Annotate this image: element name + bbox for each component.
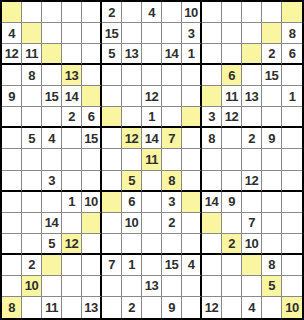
cell-r1c6-given[interactable]: 2	[102, 2, 122, 23]
cell-r13c5-empty[interactable]	[82, 255, 102, 276]
cell-r15c6-empty[interactable]	[102, 297, 122, 318]
cell-r11c12-empty[interactable]	[222, 213, 242, 234]
cell-r8c7-empty[interactable]	[122, 149, 142, 170]
cell-r6c12-given[interactable]: 12	[222, 107, 242, 128]
cell-r11c5-empty[interactable]	[82, 213, 102, 234]
cell-r15c2-empty[interactable]	[22, 297, 42, 318]
cell-r11c13-given[interactable]: 7	[242, 213, 262, 234]
cell-r4c13-empty[interactable]	[242, 65, 262, 86]
cell-r9c5-empty[interactable]	[82, 171, 102, 192]
cell-r15c12-empty[interactable]	[222, 297, 242, 318]
cell-r5c3-given[interactable]: 15	[42, 86, 62, 107]
cell-r3c1-given[interactable]: 12	[2, 44, 22, 65]
cell-r6c4-given[interactable]: 2	[62, 107, 82, 128]
cell-r14c10-empty[interactable]	[182, 276, 202, 297]
cell-r14c12-empty[interactable]	[222, 276, 242, 297]
cell-r12c11-empty[interactable]	[202, 234, 222, 255]
cell-r12c14-empty[interactable]	[262, 234, 282, 255]
cell-r3c4-empty[interactable]	[62, 44, 82, 65]
cell-r7c14-given[interactable]: 9	[262, 128, 282, 149]
cell-r9c3-given[interactable]: 3	[42, 171, 62, 192]
cell-r10c9-given[interactable]: 3	[162, 192, 182, 213]
cell-r8c9-empty[interactable]	[162, 149, 182, 170]
cell-r6c8-given[interactable]: 1	[142, 107, 162, 128]
cell-r4c1-empty[interactable]	[2, 65, 22, 86]
cell-r4c9-empty[interactable]	[162, 65, 182, 86]
cell-r7c13-given[interactable]: 2	[242, 128, 262, 149]
cell-r2c7-empty[interactable]	[122, 23, 142, 44]
cell-r13c1-empty[interactable]	[2, 255, 22, 276]
cell-r7c12-empty[interactable]	[222, 128, 242, 149]
cell-r9c15-empty[interactable]	[282, 171, 302, 192]
cell-r15c9-given[interactable]: 9	[162, 297, 182, 318]
cell-r6c6-empty[interactable]	[102, 107, 122, 128]
cell-r2c9-empty[interactable]	[162, 23, 182, 44]
cell-r3c7-given[interactable]: 13	[122, 44, 142, 65]
cell-r5c12-given[interactable]: 11	[222, 86, 242, 107]
cell-r12c13-given[interactable]: 10	[242, 234, 262, 255]
cell-r5c4-given[interactable]: 14	[62, 86, 82, 107]
cell-r2c1-given[interactable]: 4	[2, 23, 22, 44]
cell-r2c8-empty[interactable]	[142, 23, 162, 44]
cell-r13c6-given[interactable]: 7	[102, 255, 122, 276]
cell-r2c4-empty[interactable]	[62, 23, 82, 44]
cell-r2c3-empty[interactable]	[42, 23, 62, 44]
cell-r14c7-empty[interactable]	[122, 276, 142, 297]
cell-r4c14-given[interactable]: 15	[262, 65, 282, 86]
cell-r4c2-given[interactable]: 8	[22, 65, 42, 86]
cell-r1c13-empty[interactable]	[242, 2, 262, 23]
cell-r11c8-empty[interactable]	[142, 213, 162, 234]
cell-r2c13-empty[interactable]	[242, 23, 262, 44]
cell-r12c3-given[interactable]: 5	[42, 234, 62, 255]
cell-r7c11-given[interactable]: 8	[202, 128, 222, 149]
cell-r5c1-given[interactable]: 9	[2, 86, 22, 107]
cell-r2c12-empty[interactable]	[222, 23, 242, 44]
cell-r14c9-empty[interactable]	[162, 276, 182, 297]
cell-r7c15-empty[interactable]	[282, 128, 302, 149]
cell-r8c1-empty[interactable]	[2, 149, 22, 170]
cell-r10c15-empty[interactable]	[282, 192, 302, 213]
cell-r5c9-empty[interactable]	[162, 86, 182, 107]
cell-r1c14-empty[interactable]	[262, 2, 282, 23]
cell-r2c6-given[interactable]: 15	[102, 23, 122, 44]
cell-r1c5-empty[interactable]	[82, 2, 102, 23]
cell-r8c13-empty[interactable]	[242, 149, 262, 170]
cell-r9c12-empty[interactable]	[222, 171, 242, 192]
cell-r12c4-given[interactable]: 12	[62, 234, 82, 255]
cell-r15c5-given[interactable]: 13	[82, 297, 102, 318]
cell-r9c4-empty[interactable]	[62, 171, 82, 192]
cell-r7c10-empty[interactable]	[182, 128, 202, 149]
cell-r8c14-empty[interactable]	[262, 149, 282, 170]
cell-r14c6-empty[interactable]	[102, 276, 122, 297]
cell-r6c1-empty[interactable]	[2, 107, 22, 128]
cell-r13c9-given[interactable]: 15	[162, 255, 182, 276]
cell-r4c15-empty[interactable]	[282, 65, 302, 86]
cell-r9c9-given[interactable]: 8	[162, 171, 182, 192]
cell-r1c9-empty[interactable]	[162, 2, 182, 23]
cell-r4c6-empty[interactable]	[102, 65, 122, 86]
cell-r13c10-given[interactable]: 4	[182, 255, 202, 276]
cell-r12c2-empty[interactable]	[22, 234, 42, 255]
cell-r4c4-given[interactable]: 13	[62, 65, 82, 86]
cell-r6c2-empty[interactable]	[22, 107, 42, 128]
cell-r14c5-empty[interactable]	[82, 276, 102, 297]
cell-r7c7-given[interactable]: 12	[122, 128, 142, 149]
cell-r10c1-empty[interactable]	[2, 192, 22, 213]
cell-r1c11-empty[interactable]	[202, 2, 222, 23]
cell-r10c2-empty[interactable]	[22, 192, 42, 213]
cell-r10c7-given[interactable]: 6	[122, 192, 142, 213]
cell-r4c10-empty[interactable]	[182, 65, 202, 86]
cell-r11c9-given[interactable]: 2	[162, 213, 182, 234]
cell-r15c1-given[interactable]: 8	[2, 297, 22, 318]
cell-r7c2-given[interactable]: 5	[22, 128, 42, 149]
cell-r6c15-empty[interactable]	[282, 107, 302, 128]
cell-r5c11-empty[interactable]	[202, 86, 222, 107]
cell-r6c3-empty[interactable]	[42, 107, 62, 128]
cell-r12c6-empty[interactable]	[102, 234, 122, 255]
cell-r5c13-given[interactable]: 13	[242, 86, 262, 107]
cell-r10c3-empty[interactable]	[42, 192, 62, 213]
cell-r6c7-empty[interactable]	[122, 107, 142, 128]
cell-r1c7-empty[interactable]	[122, 2, 142, 23]
cell-r8c15-empty[interactable]	[282, 149, 302, 170]
cell-r12c10-empty[interactable]	[182, 234, 202, 255]
cell-r10c10-empty[interactable]	[182, 192, 202, 213]
cell-r9c2-empty[interactable]	[22, 171, 42, 192]
cell-r13c8-empty[interactable]	[142, 255, 162, 276]
cell-r13c15-empty[interactable]	[282, 255, 302, 276]
cell-r8c12-empty[interactable]	[222, 149, 242, 170]
cell-r2c2-empty[interactable]	[22, 23, 42, 44]
cell-r14c13-empty[interactable]	[242, 276, 262, 297]
cell-r12c12-given[interactable]: 2	[222, 234, 242, 255]
cell-r13c12-empty[interactable]	[222, 255, 242, 276]
cell-r8c4-empty[interactable]	[62, 149, 82, 170]
cell-r14c4-empty[interactable]	[62, 276, 82, 297]
cell-r8c10-empty[interactable]	[182, 149, 202, 170]
cell-r11c6-empty[interactable]	[102, 213, 122, 234]
cell-r6c10-empty[interactable]	[182, 107, 202, 128]
cell-r2c5-empty[interactable]	[82, 23, 102, 44]
cell-r7c1-empty[interactable]	[2, 128, 22, 149]
cell-r4c5-empty[interactable]	[82, 65, 102, 86]
cell-r11c4-empty[interactable]	[62, 213, 82, 234]
cell-r14c2-given[interactable]: 10	[22, 276, 42, 297]
cell-r12c1-empty[interactable]	[2, 234, 22, 255]
sudoku-x-board: 2410415381211513141268136159151412111312…	[0, 0, 304, 320]
cell-r3c15-given[interactable]: 6	[282, 44, 302, 65]
cell-r1c2-empty[interactable]	[22, 2, 42, 23]
cell-r14c8-given[interactable]: 13	[142, 276, 162, 297]
cell-r5c8-given[interactable]: 12	[142, 86, 162, 107]
cell-r7c8-given[interactable]: 14	[142, 128, 162, 149]
cell-r5c2-empty[interactable]	[22, 86, 42, 107]
cell-r15c13-given[interactable]: 4	[242, 297, 262, 318]
cell-r9c6-empty[interactable]	[102, 171, 122, 192]
cell-r13c11-empty[interactable]	[202, 255, 222, 276]
cell-r9c10-empty[interactable]	[182, 171, 202, 192]
cell-r6c14-empty[interactable]	[262, 107, 282, 128]
cell-r8c6-empty[interactable]	[102, 149, 122, 170]
cell-r2c11-empty[interactable]	[202, 23, 222, 44]
cell-r2c10-given[interactable]: 3	[182, 23, 202, 44]
cell-r12c8-empty[interactable]	[142, 234, 162, 255]
cell-r14c15-empty[interactable]	[282, 276, 302, 297]
cell-r11c2-empty[interactable]	[22, 213, 42, 234]
cell-r13c3-empty[interactable]	[42, 255, 62, 276]
cell-r8c2-empty[interactable]	[22, 149, 42, 170]
cell-r11c7-given[interactable]: 10	[122, 213, 142, 234]
cell-r3c10-given[interactable]: 1	[182, 44, 202, 65]
cell-r11c11-empty[interactable]	[202, 213, 222, 234]
cell-r8c8-given[interactable]: 11	[142, 149, 162, 170]
cell-r10c12-given[interactable]: 9	[222, 192, 242, 213]
cell-r8c3-empty[interactable]	[42, 149, 62, 170]
cell-r15c11-given[interactable]: 12	[202, 297, 222, 318]
cell-r10c11-given[interactable]: 14	[202, 192, 222, 213]
cell-r6c13-empty[interactable]	[242, 107, 262, 128]
cell-r1c8-given[interactable]: 4	[142, 2, 162, 23]
cell-r3c3-empty[interactable]	[42, 44, 62, 65]
cell-r13c14-given[interactable]: 8	[262, 255, 282, 276]
cell-r4c3-empty[interactable]	[42, 65, 62, 86]
cell-r6c11-given[interactable]: 3	[202, 107, 222, 128]
cell-r4c12-given[interactable]: 6	[222, 65, 242, 86]
cell-r5c6-empty[interactable]	[102, 86, 122, 107]
cell-r3c5-empty[interactable]	[82, 44, 102, 65]
cell-r1c1-empty[interactable]	[2, 2, 22, 23]
cell-r9c1-empty[interactable]	[2, 171, 22, 192]
cell-r9c11-empty[interactable]	[202, 171, 222, 192]
cell-r6c9-empty[interactable]	[162, 107, 182, 128]
cell-r7c5-given[interactable]: 15	[82, 128, 102, 149]
cell-r14c3-empty[interactable]	[42, 276, 62, 297]
cell-r12c15-empty[interactable]	[282, 234, 302, 255]
cell-r9c7-given[interactable]: 5	[122, 171, 142, 192]
cell-r7c4-empty[interactable]	[62, 128, 82, 149]
cell-r5c7-empty[interactable]	[122, 86, 142, 107]
cell-r15c14-empty[interactable]	[262, 297, 282, 318]
cell-r15c4-empty[interactable]	[62, 297, 82, 318]
cell-r3c8-empty[interactable]	[142, 44, 162, 65]
cell-r8c11-empty[interactable]	[202, 149, 222, 170]
cell-r3c14-given[interactable]: 2	[262, 44, 282, 65]
cell-r14c1-empty[interactable]	[2, 276, 22, 297]
cell-r1c4-empty[interactable]	[62, 2, 82, 23]
cell-r10c4-given[interactable]: 1	[62, 192, 82, 213]
cell-r4c8-empty[interactable]	[142, 65, 162, 86]
cell-r6c5-given[interactable]: 6	[82, 107, 102, 128]
cell-r9c13-given[interactable]: 12	[242, 171, 262, 192]
cell-r5c5-empty[interactable]	[82, 86, 102, 107]
cell-r1c12-empty[interactable]	[222, 2, 242, 23]
cell-r5c10-empty[interactable]	[182, 86, 202, 107]
cell-r11c15-empty[interactable]	[282, 213, 302, 234]
cell-r11c3-given[interactable]: 14	[42, 213, 62, 234]
cell-r14c14-given[interactable]: 5	[262, 276, 282, 297]
cell-r7c6-empty[interactable]	[102, 128, 122, 149]
cell-r1c10-given[interactable]: 10	[182, 2, 202, 23]
cell-r12c7-empty[interactable]	[122, 234, 142, 255]
cell-r10c14-empty[interactable]	[262, 192, 282, 213]
cell-r15c8-empty[interactable]	[142, 297, 162, 318]
cell-r15c7-given[interactable]: 2	[122, 297, 142, 318]
cell-r2c15-given[interactable]: 8	[282, 23, 302, 44]
cell-r12c9-empty[interactable]	[162, 234, 182, 255]
cell-r4c11-empty[interactable]	[202, 65, 222, 86]
cell-r7c9-given[interactable]: 7	[162, 128, 182, 149]
cell-r8c5-empty[interactable]	[82, 149, 102, 170]
cell-r13c7-given[interactable]: 1	[122, 255, 142, 276]
cell-r9c8-empty[interactable]	[142, 171, 162, 192]
cell-r3c11-empty[interactable]	[202, 44, 222, 65]
cell-r3c6-given[interactable]: 5	[102, 44, 122, 65]
cell-r3c13-empty[interactable]	[242, 44, 262, 65]
cell-r12c5-empty[interactable]	[82, 234, 102, 255]
cell-r5c15-given[interactable]: 1	[282, 86, 302, 107]
cell-r3c2-given[interactable]: 11	[22, 44, 42, 65]
cell-r11c1-empty[interactable]	[2, 213, 22, 234]
cell-r14c11-empty[interactable]	[202, 276, 222, 297]
cell-r7c3-given[interactable]: 4	[42, 128, 62, 149]
cell-r10c6-empty[interactable]	[102, 192, 122, 213]
cell-r10c5-given[interactable]: 10	[82, 192, 102, 213]
cell-r11c14-empty[interactable]	[262, 213, 282, 234]
cell-r9c14-empty[interactable]	[262, 171, 282, 192]
cell-r15c3-given[interactable]: 11	[42, 297, 62, 318]
cell-r3c12-empty[interactable]	[222, 44, 242, 65]
cell-r13c4-empty[interactable]	[62, 255, 82, 276]
cell-r1c3-empty[interactable]	[42, 2, 62, 23]
cell-r1c15-empty[interactable]	[282, 2, 302, 23]
cell-r4c7-empty[interactable]	[122, 65, 142, 86]
cell-r13c2-given[interactable]: 2	[22, 255, 42, 276]
cell-r15c15-given[interactable]: 10	[282, 297, 302, 318]
cell-r13c13-empty[interactable]	[242, 255, 262, 276]
cell-r3c9-given[interactable]: 14	[162, 44, 182, 65]
cell-r5c14-empty[interactable]	[262, 86, 282, 107]
cell-r15c10-empty[interactable]	[182, 297, 202, 318]
cell-r10c8-empty[interactable]	[142, 192, 162, 213]
cell-r2c14-empty[interactable]	[262, 23, 282, 44]
cell-r10c13-empty[interactable]	[242, 192, 262, 213]
cell-r11c10-empty[interactable]	[182, 213, 202, 234]
